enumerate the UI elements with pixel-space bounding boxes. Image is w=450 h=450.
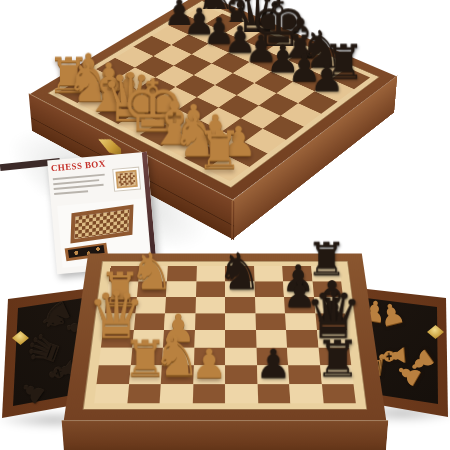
square-d2: ♟ [193, 365, 225, 384]
square-f1: ♝ [162, 133, 204, 158]
box-main-photo [57, 198, 150, 267]
square-d5 [195, 313, 226, 330]
captured-piece-pawn: ♟ [359, 296, 389, 328]
left-drawer-shadow [0, 410, 114, 430]
square-b6 [135, 297, 166, 313]
piece-white-pawn: ♟ [71, 49, 105, 87]
square-b4 [132, 330, 164, 347]
square-b8 [138, 266, 168, 281]
square-d7 [195, 281, 225, 297]
square-d1: ♛ [119, 111, 160, 135]
bottom-cabinet: ♜♞♞♟♜♟♝♛♟♛♜♞♟♟♜ [64, 253, 386, 420]
square-g7: ♟ [283, 281, 313, 297]
square-h4 [263, 116, 304, 140]
square-e4 [197, 85, 237, 107]
square-e1 [225, 384, 258, 403]
square-e6 [225, 297, 255, 313]
piece-white-pawn: ♟ [161, 308, 196, 347]
square-c8 [167, 266, 196, 281]
square-b6 [171, 34, 208, 54]
right-drawer-shadow [344, 402, 450, 424]
square-b4 [135, 56, 173, 77]
piece-black-pawn: ♟ [288, 49, 322, 87]
square-d5 [194, 64, 233, 85]
square-f5 [255, 313, 286, 330]
piece-black-queen: ♛ [230, 0, 285, 47]
square-h5: ♝ [315, 313, 347, 330]
square-h3 [318, 347, 351, 365]
square-b3 [116, 67, 155, 89]
square-e7: ♟ [250, 51, 288, 72]
square-c7 [166, 281, 196, 297]
piece-black-queen: ♛ [304, 282, 362, 347]
piece-white-rook: ♜ [122, 333, 167, 383]
square-f1 [257, 384, 290, 403]
square-c5 [173, 54, 211, 75]
piece-white-pawn: ♟ [175, 99, 211, 139]
piece-black-king: ♚ [249, 0, 308, 57]
square-e3 [178, 97, 218, 120]
square-h6 [314, 297, 345, 313]
piece-black-rook: ♜ [177, 0, 217, 20]
square-c5 [164, 313, 195, 330]
captured-piece-pawn: ♟ [403, 344, 439, 379]
square-d8 [196, 266, 225, 281]
square-c8: ♝ [225, 22, 262, 41]
piece-white-pawn: ♟ [197, 110, 233, 151]
square-f2: ♟ [257, 365, 290, 384]
piece-white-bishop: ♝ [84, 62, 136, 120]
piece-black-rook: ♜ [306, 235, 347, 281]
box-photo-board [70, 205, 133, 244]
piece-black-bishop: ♝ [213, 0, 261, 38]
square-e6 [233, 62, 271, 83]
square-h4: ♛ [317, 330, 350, 347]
captured-piece-pawn: ♟ [15, 375, 50, 409]
piece-white-knight: ♞ [65, 56, 113, 109]
box-inset-photo [112, 167, 141, 192]
piece-black-pawn: ♟ [203, 12, 236, 48]
piece-white-rook: ♜ [196, 124, 243, 177]
square-g3 [222, 118, 263, 142]
square-c1: ♝ [98, 101, 138, 124]
square-b7: ♞ [136, 281, 166, 297]
piece-white-rook: ♜ [99, 266, 141, 313]
square-f6 [254, 71, 293, 93]
square-f5 [236, 83, 275, 105]
square-e2: ♟ [159, 109, 200, 133]
piece-black-knight: ♞ [299, 24, 345, 75]
product-box: CHESS BOX [47, 152, 157, 274]
square-f8 [254, 266, 283, 281]
square-d8: ♛ [246, 31, 283, 51]
square-b5 [153, 45, 191, 65]
square-c4 [155, 65, 194, 86]
square-c2: ♞ [161, 365, 194, 384]
square-g5 [285, 313, 317, 330]
square-d6 [195, 297, 225, 313]
square-f4 [256, 330, 288, 347]
square-b5 [134, 313, 166, 330]
right-drawer-knob [427, 325, 444, 339]
square-a7 [107, 281, 138, 297]
square-g2: ♟ [203, 131, 244, 156]
box-text-line [54, 184, 104, 190]
square-g8: ♞ [309, 58, 347, 79]
bottom-cabinet-front-face [62, 420, 389, 450]
square-f8: ♝ [288, 49, 326, 70]
square-h2: ♜ [320, 365, 354, 384]
square-a4: ♛ [101, 330, 134, 347]
square-e2 [225, 365, 257, 384]
piece-white-king: ♚ [120, 70, 184, 142]
square-a6 [151, 25, 188, 45]
square-h8: ♜ [311, 266, 341, 281]
square-d3 [157, 87, 197, 109]
square-h1: ♜ [207, 155, 250, 181]
square-f3 [200, 107, 240, 130]
captured-piece-bishop: ♝ [41, 352, 83, 391]
piece-black-pawn: ♟ [283, 275, 316, 312]
box-text-line [54, 190, 88, 195]
square-d7: ♟ [229, 41, 267, 61]
box-inset-board-image [115, 170, 137, 189]
square-f6 [255, 297, 285, 313]
square-h5 [281, 103, 321, 126]
square-d4 [194, 330, 225, 347]
square-c3 [136, 77, 175, 99]
square-a3 [96, 58, 135, 79]
captured-piece-pawn: ♟ [376, 298, 407, 331]
square-e8: ♚ [267, 40, 305, 60]
square-e8 [225, 266, 254, 281]
square-a3 [99, 347, 132, 365]
square-f7 [254, 281, 284, 297]
square-h7: ♟ [315, 79, 354, 101]
piece-black-rook: ♜ [315, 333, 360, 383]
square-e4 [225, 330, 256, 347]
square-a2: ♟ [77, 69, 116, 91]
square-h8: ♜ [332, 68, 371, 90]
product-photo: ♜♞♝♛♚♝♞♜♟♟♟♟♟♟♟♟♟♟♟♟♟♟♟♟♜♞♝♛♚♝♞♜ CHESS B… [0, 0, 450, 450]
captured-piece-queen: ♛ [20, 327, 67, 372]
box-photo-drawer-felt [68, 245, 105, 258]
piece-white-knight: ♞ [171, 108, 221, 164]
square-c6 [165, 297, 195, 313]
square-b2: ♜ [129, 365, 162, 384]
box-photo-drawer [65, 243, 108, 262]
square-h2: ♟ [226, 142, 268, 167]
piece-black-pawn: ♟ [255, 343, 291, 383]
square-d2: ♟ [138, 99, 178, 122]
square-a1 [94, 384, 128, 403]
square-b7: ♟ [188, 24, 225, 44]
square-e1: ♚ [140, 122, 181, 146]
piece-black-knight: ♞ [217, 247, 262, 297]
piece-white-pawn: ♟ [191, 343, 227, 383]
square-a4 [115, 47, 153, 68]
square-a7: ♟ [169, 15, 206, 34]
left-drawer-knob [12, 331, 29, 345]
square-a5 [103, 313, 135, 330]
square-a5 [133, 36, 171, 56]
square-a1: ♜ [57, 81, 97, 103]
piece-black-rook: ♜ [322, 37, 365, 85]
piece-white-pawn: ♟ [220, 121, 257, 162]
piece-black-knight: ♞ [195, 0, 239, 29]
square-c3 [162, 347, 194, 365]
square-d6 [212, 52, 250, 73]
piece-white-bishop: ♝ [147, 93, 201, 153]
piece-white-pawn: ♟ [153, 89, 189, 129]
piece-white-queen: ♛ [88, 282, 146, 347]
square-e5 [225, 313, 256, 330]
square-g5 [258, 93, 298, 116]
square-g8 [282, 266, 312, 281]
square-a8: ♜ [186, 5, 222, 24]
square-e5 [215, 73, 254, 95]
square-c6 [191, 43, 229, 63]
piece-black-bishop: ♝ [306, 274, 356, 330]
square-d4 [176, 75, 215, 97]
square-a2 [97, 365, 131, 384]
square-c4: ♟ [163, 330, 195, 347]
square-d3 [193, 347, 225, 365]
square-f7: ♟ [271, 60, 309, 81]
captured-piece-pawn: ♟ [390, 357, 425, 391]
square-b2: ♟ [97, 79, 136, 101]
square-c2: ♟ [117, 89, 157, 112]
square-g7: ♟ [293, 70, 332, 92]
square-g2 [288, 365, 321, 384]
piece-white-rook: ♜ [47, 50, 91, 99]
piece-black-pawn: ♟ [183, 3, 215, 39]
square-h7 [312, 281, 343, 297]
piece-white-pawn: ♟ [91, 58, 125, 96]
square-g6: ♟ [284, 297, 315, 313]
square-b8: ♞ [205, 13, 242, 32]
square-g1 [289, 384, 323, 403]
top-cabinet-right-face [231, 75, 397, 240]
piece-white-queen: ♛ [101, 64, 161, 131]
square-f3 [256, 347, 288, 365]
square-h3 [245, 129, 286, 154]
square-d1 [192, 384, 225, 403]
piece-white-knight: ♞ [152, 329, 201, 384]
captured-piece-bishop: ♝ [374, 339, 411, 372]
square-b1 [127, 384, 161, 403]
piece-black-pawn: ♟ [164, 0, 196, 31]
square-g3 [287, 347, 320, 365]
square-a6: ♜ [105, 297, 136, 313]
square-g4 [286, 330, 318, 347]
square-e7: ♞ [225, 281, 255, 297]
piece-black-pawn: ♟ [266, 40, 300, 78]
piece-white-pawn: ♟ [132, 78, 167, 117]
square-h6 [298, 91, 338, 114]
captured-piece-rook: ♜ [354, 351, 387, 382]
bottom-board-border [83, 261, 368, 410]
captured-piece-knight: ♞ [33, 294, 79, 338]
captured-piece-pawn: ♟ [64, 316, 90, 339]
bottom-board-grid: ♜♞♞♟♜♟♝♛♟♛♜♞♟♟♜ [94, 266, 356, 403]
square-h1 [321, 384, 355, 403]
square-b3 [130, 347, 163, 365]
piece-black-pawn: ♟ [245, 30, 278, 67]
square-f4 [218, 95, 258, 118]
piece-black-pawn: ♟ [224, 21, 257, 58]
square-c1 [160, 384, 193, 403]
square-b1: ♞ [77, 91, 117, 114]
piece-black-pawn: ♟ [310, 59, 344, 97]
square-f2: ♟ [181, 120, 222, 144]
square-c7: ♟ [209, 33, 246, 53]
bottom-cabinet-shadow [58, 418, 392, 446]
box-title: CHESS BOX [50, 159, 106, 174]
piece-white-pawn: ♟ [111, 68, 146, 107]
square-g6 [276, 81, 315, 103]
square-g1: ♞ [184, 144, 226, 169]
square-e3 [225, 347, 257, 365]
square-g4 [241, 105, 281, 128]
piece-black-pawn: ♟ [282, 260, 315, 297]
piece-black-bishop: ♝ [275, 11, 324, 66]
